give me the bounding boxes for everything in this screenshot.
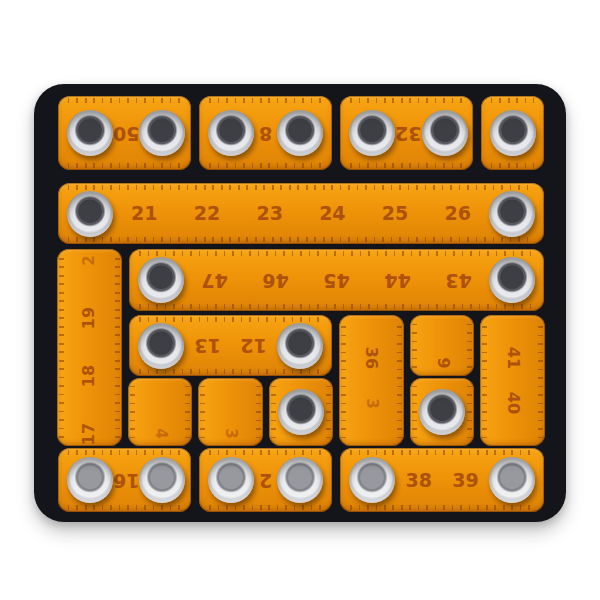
ruler-number: 2 — [82, 255, 97, 265]
rivet-stud-icon — [208, 110, 254, 156]
rivet-stud-icon — [208, 457, 254, 503]
puzzle-piece-9[interactable]: 9 — [410, 315, 475, 376]
rivet-stud-icon — [138, 323, 184, 369]
ruler-number: 17 — [81, 423, 97, 445]
rivet-stud-icon — [277, 110, 323, 156]
photo-background: 5083221222324252621918174746454443131236… — [0, 0, 600, 600]
ruler-number: 41 — [505, 347, 521, 369]
puzzle-piece-right-stud[interactable] — [410, 378, 475, 446]
ruler-number: 18 — [81, 365, 97, 387]
rivet-stud-icon — [489, 257, 535, 303]
puzzle-board: 5083221222324252621918174746454443131236… — [54, 96, 548, 512]
ruler-number: 23 — [238, 204, 301, 223]
ruler-number: 24 — [301, 204, 364, 223]
ruler-number: 26 — [426, 204, 489, 223]
rivet-stud-icon — [349, 457, 395, 503]
ruler-number: 21 — [113, 204, 176, 223]
ruler-number: 12 — [230, 336, 277, 355]
ruler-number: 16 — [113, 471, 139, 490]
puzzle-piece-41-40[interactable]: 4140 — [480, 315, 545, 446]
rivet-stud-icon — [277, 457, 323, 503]
puzzle-piece-36[interactable]: 363 — [339, 315, 404, 446]
puzzle-piece-8[interactable]: 8 — [199, 96, 332, 170]
puzzle-frame: 5083221222324252621918174746454443131236… — [34, 84, 566, 522]
ruler-number: 3 — [223, 428, 238, 438]
ruler-number: 40 — [505, 392, 521, 414]
ruler-number: 19 — [81, 307, 97, 329]
ruler-number: 46 — [245, 271, 306, 290]
puzzle-piece-38-39[interactable]: 3839 — [340, 448, 544, 512]
ruler-number: 32 — [395, 124, 421, 143]
rivet-stud-icon — [419, 389, 465, 435]
ruler-number: 38 — [395, 471, 442, 490]
rivet-stud-icon — [490, 110, 536, 156]
ruler-number: 44 — [367, 271, 428, 290]
puzzle-piece-21-26[interactable]: 212223242526 — [58, 183, 544, 244]
puzzle-piece-32[interactable]: 32 — [340, 96, 473, 170]
puzzle-piece-top-right-stud[interactable] — [481, 96, 544, 170]
puzzle-piece-mid-stud[interactable] — [269, 378, 334, 446]
puzzle-piece-50[interactable]: 50 — [58, 96, 191, 170]
rivet-stud-icon — [139, 457, 185, 503]
ruler-number: 50 — [113, 124, 139, 143]
rivet-stud-icon — [67, 110, 113, 156]
puzzle-piece-16[interactable]: 16 — [58, 448, 191, 512]
ruler-number: 45 — [306, 271, 367, 290]
rivet-stud-icon — [138, 257, 184, 303]
puzzle-piece-left-ruler[interactable]: 2191817 — [57, 249, 122, 446]
ruler-number: 25 — [364, 204, 427, 223]
rivet-stud-icon — [139, 110, 185, 156]
ruler-number: 13 — [184, 336, 231, 355]
ruler-number: 22 — [176, 204, 239, 223]
puzzle-piece-13-12[interactable]: 1312 — [129, 315, 333, 376]
puzzle-piece-strip-a[interactable]: 4 — [128, 378, 193, 446]
rivet-stud-icon — [278, 389, 324, 435]
rivet-stud-icon — [489, 191, 535, 237]
ruler-number: 2 — [254, 471, 277, 490]
rivet-stud-icon — [349, 110, 395, 156]
ruler-number: 39 — [442, 471, 489, 490]
rivet-stud-icon — [67, 457, 113, 503]
ruler-number: 43 — [428, 271, 489, 290]
ruler-number: 8 — [254, 124, 277, 143]
rivet-stud-icon — [67, 191, 113, 237]
ruler-number: 36 — [364, 347, 380, 369]
ruler-number: 4 — [152, 428, 167, 438]
puzzle-piece-43-47[interactable]: 4746454443 — [129, 249, 544, 311]
ruler-number: 9 — [434, 357, 450, 368]
rivet-stud-icon — [422, 110, 468, 156]
ruler-number: 47 — [184, 271, 245, 290]
puzzle-piece-2[interactable]: 2 — [199, 448, 332, 512]
ruler-number: 3 — [364, 398, 379, 408]
rivet-stud-icon — [489, 457, 535, 503]
rivet-stud-icon — [277, 323, 323, 369]
puzzle-piece-strip-b[interactable]: 3 — [198, 378, 263, 446]
